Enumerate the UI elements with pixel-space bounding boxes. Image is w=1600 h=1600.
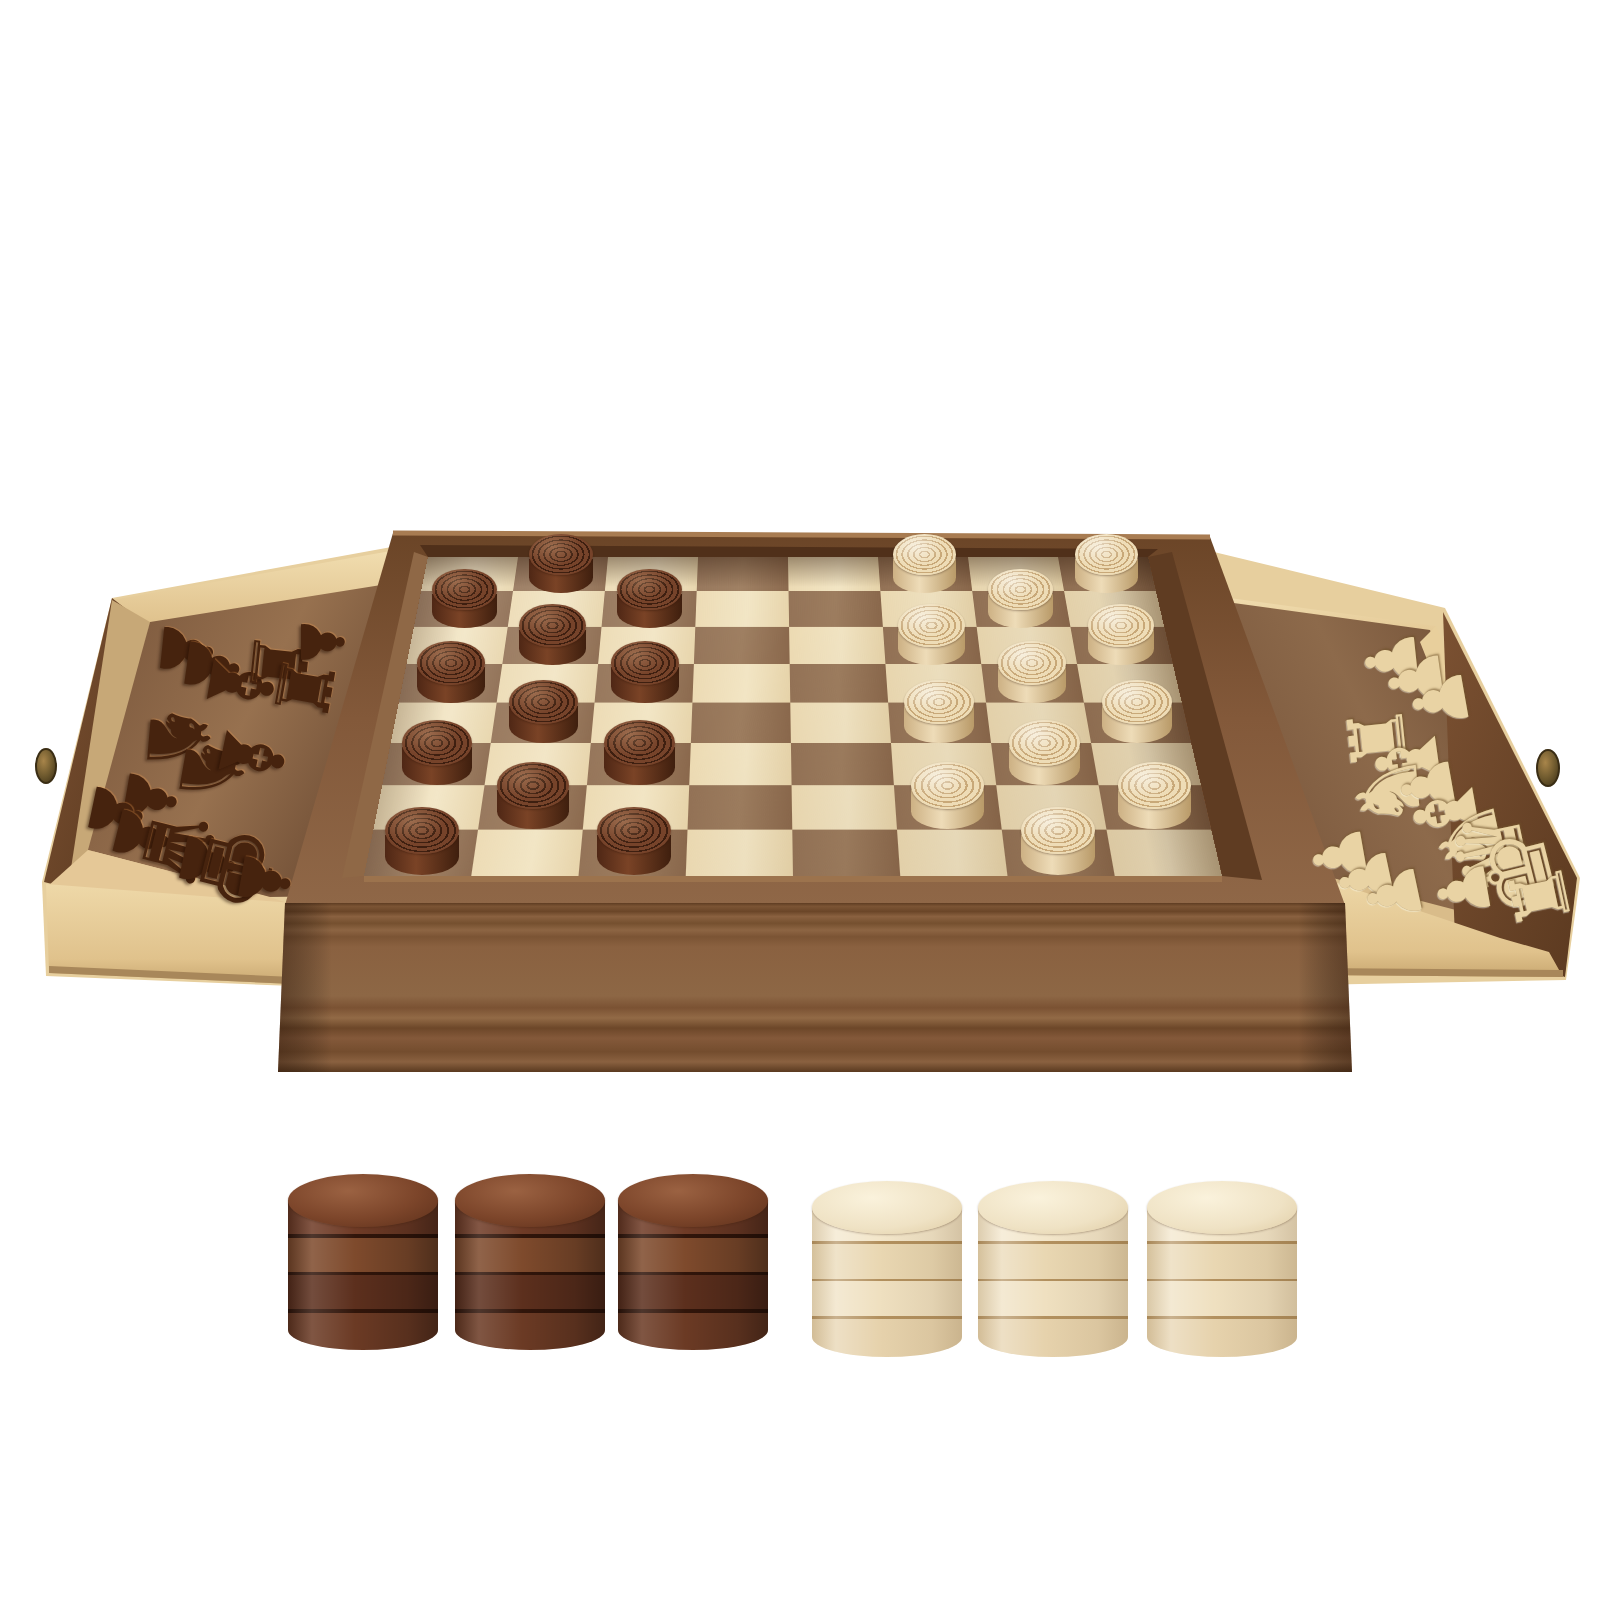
dark-checker-b8[interactable] — [529, 534, 593, 593]
light-checker-stack-2[interactable] — [978, 1181, 1128, 1357]
product-photo-scene: ♟♟♝♜♜♟♞♞♝♟♟♟♛♟♚♟♟♟♟♜♝♞♟♝♞♛♟♟♟♚♜♟ — [0, 0, 1600, 1600]
checker-top-rings — [1102, 680, 1171, 725]
checker-top-rings — [402, 720, 473, 766]
square-d3[interactable] — [689, 743, 791, 785]
checker-top-rings — [988, 569, 1053, 611]
dark-checker-b4[interactable] — [509, 680, 578, 744]
dark-checker-c3[interactable] — [604, 720, 675, 785]
light-checker-g1[interactable] — [1021, 807, 1095, 875]
dark-checker-c7[interactable] — [617, 569, 682, 629]
square-e1[interactable] — [792, 830, 900, 876]
dark-checker-c5[interactable] — [611, 641, 679, 703]
square-e7[interactable] — [789, 591, 883, 627]
square-b1[interactable] — [471, 830, 583, 876]
light-checker-g3[interactable] — [1009, 720, 1080, 785]
left-drawer-pawn-16[interactable]: ♟ — [225, 844, 303, 916]
checker-top-rings — [497, 762, 570, 809]
square-d8[interactable] — [697, 557, 789, 591]
checker-top-rings — [898, 604, 964, 647]
stack-top — [1147, 1181, 1297, 1234]
dark-checker-c1[interactable] — [597, 807, 671, 875]
square-e3[interactable] — [791, 743, 894, 785]
dark-checker-stack-1[interactable] — [288, 1174, 438, 1350]
stack-top — [288, 1174, 438, 1227]
board-base — [278, 903, 1352, 1072]
right-drawer-knob[interactable] — [1537, 750, 1559, 786]
light-checker-g7[interactable] — [988, 569, 1053, 629]
light-checker-stack-3[interactable] — [1147, 1181, 1297, 1357]
dark-checker-stack-2[interactable] — [455, 1174, 605, 1350]
square-e2[interactable] — [792, 785, 897, 829]
square-e4[interactable] — [790, 703, 891, 743]
dark-checker-b6[interactable] — [519, 604, 585, 665]
checker-top-rings — [1088, 604, 1154, 647]
square-d6[interactable] — [694, 627, 790, 664]
square-d4[interactable] — [691, 703, 791, 743]
checker-top-rings — [1021, 807, 1095, 855]
light-checker-f8[interactable] — [893, 534, 957, 593]
dark-checker-a7[interactable] — [432, 569, 497, 629]
frame-front-lip — [364, 876, 1222, 882]
checker-top-rings — [385, 807, 459, 855]
light-checker-h6[interactable] — [1088, 604, 1154, 665]
square-d5[interactable] — [692, 664, 790, 703]
dark-checker-a1[interactable] — [385, 807, 459, 875]
right-drawer-pawn-16[interactable]: ♟ — [1425, 854, 1503, 926]
checker-top-rings — [1118, 762, 1191, 809]
stack-top — [455, 1174, 605, 1227]
light-checker-f6[interactable] — [898, 604, 964, 665]
square-d7[interactable] — [695, 591, 789, 627]
dark-checker-a3[interactable] — [402, 720, 473, 785]
light-checker-h2[interactable] — [1118, 762, 1191, 829]
light-checker-h4[interactable] — [1102, 680, 1171, 744]
light-checker-h8[interactable] — [1075, 534, 1139, 593]
checker-top-rings — [604, 720, 675, 766]
left-drawer-pawn-6[interactable]: ♟ — [292, 615, 352, 669]
square-h1[interactable] — [1106, 830, 1222, 876]
checker-top-rings — [998, 641, 1066, 685]
checker-top-rings — [904, 680, 973, 725]
checker-top-rings — [432, 569, 497, 611]
stack-top — [618, 1174, 768, 1227]
square-d1[interactable] — [686, 830, 793, 876]
light-checker-g5[interactable] — [998, 641, 1066, 703]
square-d2[interactable] — [688, 785, 793, 829]
dark-checker-b2[interactable] — [497, 762, 570, 829]
checker-top-rings — [1009, 720, 1080, 766]
light-checker-f2[interactable] — [911, 762, 984, 829]
dark-checker-a5[interactable] — [417, 641, 485, 703]
square-e5[interactable] — [790, 664, 888, 703]
checker-top-rings — [519, 604, 585, 647]
stack-top — [812, 1181, 962, 1234]
checker-top-rings — [617, 569, 682, 611]
checker-top-rings — [611, 641, 679, 685]
checker-top-rings — [509, 680, 578, 725]
left-drawer-knob[interactable] — [36, 749, 56, 783]
checker-top-rings — [529, 534, 593, 575]
square-f1[interactable] — [897, 830, 1007, 876]
checker-top-rings — [597, 807, 671, 855]
stack-top — [978, 1181, 1128, 1234]
checker-top-rings — [417, 641, 485, 685]
dark-checker-stack-3[interactable] — [618, 1174, 768, 1350]
checker-top-rings — [911, 762, 984, 809]
light-checker-f4[interactable] — [904, 680, 973, 744]
square-e8[interactable] — [788, 557, 880, 591]
base-edge-shading — [278, 903, 1352, 1072]
light-checker-stack-1[interactable] — [812, 1181, 962, 1357]
square-e6[interactable] — [789, 627, 885, 664]
